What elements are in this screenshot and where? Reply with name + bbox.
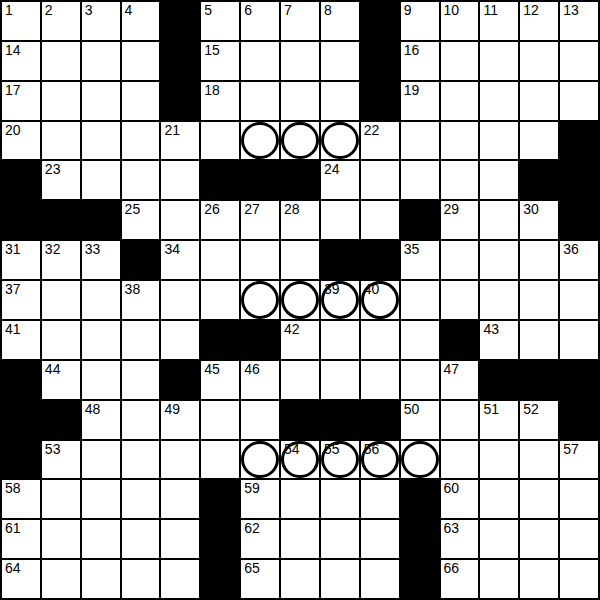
block-r15-c11 xyxy=(401,560,439,598)
block-r6-c2 xyxy=(42,201,80,239)
clue-number: 35 xyxy=(404,241,420,257)
cell-r3-c1[interactable]: 17 xyxy=(2,82,40,120)
block-r5-c1 xyxy=(2,161,40,199)
cell-r12-c6[interactable] xyxy=(201,441,239,479)
cell-r14-c10[interactable] xyxy=(361,520,399,558)
cell-r3-c11[interactable]: 19 xyxy=(401,82,439,120)
cell-r11-c13[interactable]: 51 xyxy=(480,401,518,439)
cell-r5-c10[interactable] xyxy=(361,161,399,199)
cell-r14-c5[interactable] xyxy=(161,520,199,558)
cell-r1-c12[interactable]: 10 xyxy=(441,2,479,40)
clue-number: 2 xyxy=(45,2,53,18)
clue-number: 33 xyxy=(85,241,101,257)
cell-r1-c3[interactable]: 3 xyxy=(82,2,120,40)
clue-number: 6 xyxy=(244,2,252,18)
cell-r7-c15[interactable]: 36 xyxy=(560,241,598,279)
clue-number: 43 xyxy=(483,321,499,337)
cell-r1-c11[interactable]: 9 xyxy=(401,2,439,40)
clue-number: 32 xyxy=(45,241,61,257)
clue-number: 41 xyxy=(5,321,21,337)
cell-r2-c14[interactable] xyxy=(520,42,558,80)
block-r2-c10 xyxy=(361,42,399,80)
block-r15-c6 xyxy=(201,560,239,598)
block-r6-c15 xyxy=(560,201,598,239)
clue-number: 64 xyxy=(5,560,21,576)
cell-r15-c9[interactable] xyxy=(321,560,359,598)
clue-number: 21 xyxy=(164,122,180,138)
cell-r5-c3[interactable] xyxy=(82,161,120,199)
clue-number: 62 xyxy=(244,520,260,536)
cell-r10-c2[interactable]: 44 xyxy=(42,361,80,399)
cell-r8-c4[interactable]: 38 xyxy=(122,281,160,319)
clue-number: 52 xyxy=(523,401,539,417)
clue-number: 38 xyxy=(125,281,141,297)
cell-r1-c7[interactable]: 6 xyxy=(241,2,279,40)
cell-r15-c4[interactable] xyxy=(122,560,160,598)
cell-r11-c7[interactable] xyxy=(241,401,279,439)
cell-r4-c14[interactable] xyxy=(520,122,558,160)
cell-r12-c8[interactable]: 54 xyxy=(281,441,319,479)
clue-number: 23 xyxy=(45,161,61,177)
cell-r14-c1[interactable]: 61 xyxy=(2,520,40,558)
circle-marker-icon xyxy=(241,441,279,479)
block-r10-c1 xyxy=(2,361,40,399)
cell-r9-c9[interactable] xyxy=(321,321,359,359)
block-r10-c5 xyxy=(161,361,199,399)
cell-r1-c6[interactable]: 5 xyxy=(201,2,239,40)
cell-r13-c15[interactable] xyxy=(560,480,598,518)
cell-r1-c2[interactable]: 2 xyxy=(42,2,80,40)
cell-r9-c4[interactable] xyxy=(122,321,160,359)
cell-r11-c6[interactable] xyxy=(201,401,239,439)
cell-r2-c6[interactable]: 15 xyxy=(201,42,239,80)
clue-number: 7 xyxy=(284,2,292,18)
cell-r5-c2[interactable]: 23 xyxy=(42,161,80,199)
clue-number: 50 xyxy=(404,401,420,417)
clue-number: 63 xyxy=(444,520,460,536)
cell-r4-c9[interactable] xyxy=(321,122,359,160)
cell-r3-c7[interactable] xyxy=(241,82,279,120)
cell-r2-c9[interactable] xyxy=(321,42,359,80)
cell-r13-c7[interactable]: 59 xyxy=(241,480,279,518)
cell-r6-c4[interactable]: 25 xyxy=(122,201,160,239)
cell-r10-c12[interactable]: 47 xyxy=(441,361,479,399)
cell-r7-c13[interactable] xyxy=(480,241,518,279)
cell-r1-c1[interactable]: 1 xyxy=(2,2,40,40)
cell-r2-c13[interactable] xyxy=(480,42,518,80)
cell-r8-c2[interactable] xyxy=(42,281,80,319)
cell-r11-c12[interactable] xyxy=(441,401,479,439)
cell-r5-c13[interactable] xyxy=(480,161,518,199)
cell-r9-c13[interactable]: 43 xyxy=(480,321,518,359)
clue-number: 40 xyxy=(364,281,380,297)
cell-r9-c2[interactable] xyxy=(42,321,80,359)
clue-number: 25 xyxy=(125,201,141,217)
cell-r13-c10[interactable] xyxy=(361,480,399,518)
clue-number: 56 xyxy=(364,441,380,457)
cell-r15-c1[interactable]: 64 xyxy=(2,560,40,598)
cell-r3-c2[interactable] xyxy=(42,82,80,120)
cell-r12-c5[interactable] xyxy=(161,441,199,479)
clue-number: 22 xyxy=(364,122,380,138)
cell-r2-c3[interactable] xyxy=(82,42,120,80)
block-r11-c15 xyxy=(560,401,598,439)
cell-r4-c7[interactable] xyxy=(241,122,279,160)
cell-r6-c5[interactable] xyxy=(161,201,199,239)
cell-r14-c7[interactable]: 62 xyxy=(241,520,279,558)
cell-r10-c6[interactable]: 45 xyxy=(201,361,239,399)
cell-r4-c2[interactable] xyxy=(42,122,80,160)
cell-r1-c9[interactable]: 8 xyxy=(321,2,359,40)
cell-r8-c3[interactable] xyxy=(82,281,120,319)
cell-r3-c13[interactable] xyxy=(480,82,518,120)
block-r7-c10 xyxy=(361,241,399,279)
cell-r8-c6[interactable] xyxy=(201,281,239,319)
cell-r14-c3[interactable] xyxy=(82,520,120,558)
block-r13-c6 xyxy=(201,480,239,518)
clue-number: 13 xyxy=(563,2,579,18)
cell-r6-c14[interactable]: 30 xyxy=(520,201,558,239)
cell-r12-c10[interactable]: 56 xyxy=(361,441,399,479)
cell-r14-c2[interactable] xyxy=(42,520,80,558)
cell-r8-c13[interactable] xyxy=(480,281,518,319)
cell-r2-c4[interactable] xyxy=(122,42,160,80)
block-r10-c15 xyxy=(560,361,598,399)
cell-r15-c12[interactable]: 66 xyxy=(441,560,479,598)
clue-number: 17 xyxy=(5,82,21,98)
cell-r10-c8[interactable] xyxy=(281,361,319,399)
clue-number: 1 xyxy=(5,2,13,18)
clue-number: 59 xyxy=(244,480,260,496)
cell-r1-c14[interactable]: 12 xyxy=(520,2,558,40)
circle-marker-icon xyxy=(401,441,439,479)
cell-r8-c1[interactable]: 37 xyxy=(2,281,40,319)
cell-r4-c1[interactable]: 20 xyxy=(2,122,40,160)
cell-r14-c9[interactable] xyxy=(321,520,359,558)
cell-r7-c5[interactable]: 34 xyxy=(161,241,199,279)
block-r4-c15 xyxy=(560,122,598,160)
clue-number: 28 xyxy=(284,201,300,217)
cell-r6-c12[interactable]: 29 xyxy=(441,201,479,239)
clue-number: 44 xyxy=(45,361,61,377)
clue-number: 66 xyxy=(444,560,460,576)
cell-r9-c10[interactable] xyxy=(361,321,399,359)
cell-r3-c14[interactable] xyxy=(520,82,558,120)
clue-number: 42 xyxy=(284,321,300,337)
cell-r6-c8[interactable]: 28 xyxy=(281,201,319,239)
circle-marker-icon xyxy=(241,122,279,160)
cell-r11-c4[interactable] xyxy=(122,401,160,439)
cell-r4-c10[interactable]: 22 xyxy=(361,122,399,160)
block-r5-c7 xyxy=(241,161,279,199)
cell-r11-c11[interactable]: 50 xyxy=(401,401,439,439)
cell-r10-c4[interactable] xyxy=(122,361,160,399)
block-r11-c1 xyxy=(2,401,40,439)
block-r11-c9 xyxy=(321,401,359,439)
cell-r11-c14[interactable]: 52 xyxy=(520,401,558,439)
cell-r10-c10[interactable] xyxy=(361,361,399,399)
cell-r4-c13[interactable] xyxy=(480,122,518,160)
cell-r4-c3[interactable] xyxy=(82,122,120,160)
cell-r4-c4[interactable] xyxy=(122,122,160,160)
cell-r13-c12[interactable]: 60 xyxy=(441,480,479,518)
clue-number: 58 xyxy=(5,480,21,496)
cell-r12-c2[interactable]: 53 xyxy=(42,441,80,479)
block-r1-c10 xyxy=(361,2,399,40)
block-r13-c11 xyxy=(401,480,439,518)
cell-r8-c5[interactable] xyxy=(161,281,199,319)
clue-number: 34 xyxy=(164,241,180,257)
clue-number: 45 xyxy=(204,361,220,377)
clue-number: 19 xyxy=(404,82,420,98)
cell-r2-c11[interactable]: 16 xyxy=(401,42,439,80)
clue-number: 61 xyxy=(5,520,21,536)
clue-number: 46 xyxy=(244,361,260,377)
clue-number: 37 xyxy=(5,281,21,297)
block-r10-c14 xyxy=(520,361,558,399)
clue-number: 57 xyxy=(563,441,579,457)
block-r3-c10 xyxy=(361,82,399,120)
block-r2-c5 xyxy=(161,42,199,80)
cell-r14-c15[interactable] xyxy=(560,520,598,558)
clue-number: 30 xyxy=(523,201,539,217)
cell-r15-c13[interactable] xyxy=(480,560,518,598)
clue-number: 4 xyxy=(125,2,133,18)
cell-r12-c3[interactable] xyxy=(82,441,120,479)
cell-r13-c5[interactable] xyxy=(161,480,199,518)
block-r6-c1 xyxy=(2,201,40,239)
cell-r8-c9[interactable]: 39 xyxy=(321,281,359,319)
cell-r13-c2[interactable] xyxy=(42,480,80,518)
cell-r2-c7[interactable] xyxy=(241,42,279,80)
cell-r11-c3[interactable]: 48 xyxy=(82,401,120,439)
cell-r14-c12[interactable]: 63 xyxy=(441,520,479,558)
clue-number: 24 xyxy=(324,161,340,177)
cell-r15-c15[interactable] xyxy=(560,560,598,598)
clue-number: 36 xyxy=(563,241,579,257)
block-r5-c8 xyxy=(281,161,319,199)
cell-r15-c14[interactable] xyxy=(520,560,558,598)
clue-number: 39 xyxy=(324,281,340,297)
cell-r15-c3[interactable] xyxy=(82,560,120,598)
cell-r3-c15[interactable] xyxy=(560,82,598,120)
circle-marker-icon xyxy=(281,281,319,319)
cell-r15-c10[interactable] xyxy=(361,560,399,598)
block-r5-c14 xyxy=(520,161,558,199)
cell-r10-c9[interactable] xyxy=(321,361,359,399)
cell-r13-c4[interactable] xyxy=(122,480,160,518)
cell-r12-c7[interactable] xyxy=(241,441,279,479)
cell-r11-c5[interactable]: 49 xyxy=(161,401,199,439)
clue-number: 16 xyxy=(404,42,420,58)
cell-r5-c11[interactable] xyxy=(401,161,439,199)
cell-r5-c4[interactable] xyxy=(122,161,160,199)
cell-r9-c3[interactable] xyxy=(82,321,120,359)
cell-r13-c8[interactable] xyxy=(281,480,319,518)
cell-r13-c1[interactable]: 58 xyxy=(2,480,40,518)
cell-r5-c5[interactable] xyxy=(161,161,199,199)
cell-r7-c6[interactable] xyxy=(201,241,239,279)
block-r7-c4 xyxy=(122,241,160,279)
cell-r4-c8[interactable] xyxy=(281,122,319,160)
cell-r6-c10[interactable] xyxy=(361,201,399,239)
cell-r8-c11[interactable] xyxy=(401,281,439,319)
cell-r13-c3[interactable] xyxy=(82,480,120,518)
circle-marker-icon xyxy=(281,122,319,160)
clue-number: 26 xyxy=(204,201,220,217)
cell-r2-c15[interactable] xyxy=(560,42,598,80)
cell-r7-c14[interactable] xyxy=(520,241,558,279)
cell-r15-c7[interactable]: 65 xyxy=(241,560,279,598)
clue-number: 60 xyxy=(444,480,460,496)
cell-r3-c6[interactable]: 18 xyxy=(201,82,239,120)
cell-r12-c15[interactable]: 57 xyxy=(560,441,598,479)
clue-number: 15 xyxy=(204,42,220,58)
cell-r15-c8[interactable] xyxy=(281,560,319,598)
cell-r7-c7[interactable] xyxy=(241,241,279,279)
clue-number: 27 xyxy=(244,201,260,217)
clue-number: 12 xyxy=(523,2,539,18)
cell-r2-c1[interactable]: 14 xyxy=(2,42,40,80)
cell-r9-c8[interactable]: 42 xyxy=(281,321,319,359)
cell-r2-c12[interactable] xyxy=(441,42,479,80)
clue-number: 65 xyxy=(244,560,260,576)
block-r7-c9 xyxy=(321,241,359,279)
cell-r13-c13[interactable] xyxy=(480,480,518,518)
clue-number: 5 xyxy=(204,2,212,18)
cell-r12-c14[interactable] xyxy=(520,441,558,479)
cell-r7-c2[interactable]: 32 xyxy=(42,241,80,279)
cell-r9-c14[interactable] xyxy=(520,321,558,359)
cell-r12-c12[interactable] xyxy=(441,441,479,479)
cell-r6-c13[interactable] xyxy=(480,201,518,239)
clue-number: 14 xyxy=(5,42,21,58)
clue-number: 55 xyxy=(324,441,340,457)
clue-number: 18 xyxy=(204,82,220,98)
circle-marker-icon xyxy=(241,281,279,319)
block-r11-c2 xyxy=(42,401,80,439)
cell-r9-c1[interactable]: 41 xyxy=(2,321,40,359)
cell-r1-c15[interactable]: 13 xyxy=(560,2,598,40)
cell-r3-c9[interactable] xyxy=(321,82,359,120)
circle-marker-icon xyxy=(321,122,359,160)
cell-r7-c12[interactable] xyxy=(441,241,479,279)
cell-r14-c13[interactable] xyxy=(480,520,518,558)
block-r11-c8 xyxy=(281,401,319,439)
cell-r9-c5[interactable] xyxy=(161,321,199,359)
cell-r15-c2[interactable] xyxy=(42,560,80,598)
cell-r4-c5[interactable]: 21 xyxy=(161,122,199,160)
cell-r4-c11[interactable] xyxy=(401,122,439,160)
clue-number: 11 xyxy=(483,2,498,18)
cell-r12-c4[interactable] xyxy=(122,441,160,479)
clue-number: 54 xyxy=(284,441,300,457)
block-r3-c5 xyxy=(161,82,199,120)
clue-number: 29 xyxy=(444,201,460,217)
cell-r4-c6[interactable] xyxy=(201,122,239,160)
cell-r9-c11[interactable] xyxy=(401,321,439,359)
block-r12-c1 xyxy=(2,441,40,479)
cell-r3-c12[interactable] xyxy=(441,82,479,120)
cell-r12-c13[interactable] xyxy=(480,441,518,479)
cell-r5-c12[interactable] xyxy=(441,161,479,199)
clue-number: 49 xyxy=(164,401,180,417)
clue-number: 31 xyxy=(5,241,21,257)
clue-number: 20 xyxy=(5,122,21,138)
cell-r6-c9[interactable] xyxy=(321,201,359,239)
cell-r6-c7[interactable]: 27 xyxy=(241,201,279,239)
block-r9-c12 xyxy=(441,321,479,359)
cell-r8-c7[interactable] xyxy=(241,281,279,319)
clue-number: 51 xyxy=(483,401,499,417)
cell-r13-c14[interactable] xyxy=(520,480,558,518)
block-r5-c6 xyxy=(201,161,239,199)
cell-r8-c10[interactable]: 40 xyxy=(361,281,399,319)
crossword-grid: 1234567891011121314151617181920212223242… xyxy=(0,0,600,600)
cell-r4-c12[interactable] xyxy=(441,122,479,160)
cell-r12-c9[interactable]: 55 xyxy=(321,441,359,479)
cell-r1-c8[interactable]: 7 xyxy=(281,2,319,40)
block-r10-c13 xyxy=(480,361,518,399)
cell-r13-c9[interactable] xyxy=(321,480,359,518)
clue-number: 9 xyxy=(404,2,412,18)
cell-r8-c14[interactable] xyxy=(520,281,558,319)
cell-r10-c7[interactable]: 46 xyxy=(241,361,279,399)
cell-r8-c15[interactable] xyxy=(560,281,598,319)
block-r14-c11 xyxy=(401,520,439,558)
cell-r14-c8[interactable] xyxy=(281,520,319,558)
cell-r7-c8[interactable] xyxy=(281,241,319,279)
cell-r10-c11[interactable] xyxy=(401,361,439,399)
cell-r8-c8[interactable] xyxy=(281,281,319,319)
clue-number: 47 xyxy=(444,361,460,377)
cell-r5-c9[interactable]: 24 xyxy=(321,161,359,199)
clue-number: 8 xyxy=(324,2,332,18)
cell-r1-c4[interactable]: 4 xyxy=(122,2,160,40)
clue-number: 3 xyxy=(85,2,93,18)
cell-r6-c6[interactable]: 26 xyxy=(201,201,239,239)
clue-number: 48 xyxy=(85,401,101,417)
block-r9-c7 xyxy=(241,321,279,359)
cell-r3-c3[interactable] xyxy=(82,82,120,120)
cell-r2-c8[interactable] xyxy=(281,42,319,80)
cell-r7-c11[interactable]: 35 xyxy=(401,241,439,279)
block-r11-c10 xyxy=(361,401,399,439)
clue-number: 10 xyxy=(444,2,460,18)
cell-r3-c4[interactable] xyxy=(122,82,160,120)
cell-r3-c8[interactable] xyxy=(281,82,319,120)
cell-r2-c2[interactable] xyxy=(42,42,80,80)
cell-r7-c1[interactable]: 31 xyxy=(2,241,40,279)
cell-r10-c3[interactable] xyxy=(82,361,120,399)
cell-r14-c14[interactable] xyxy=(520,520,558,558)
block-r6-c11 xyxy=(401,201,439,239)
block-r9-c6 xyxy=(201,321,239,359)
block-r1-c5 xyxy=(161,2,199,40)
cell-r12-c11[interactable] xyxy=(401,441,439,479)
cell-r9-c15[interactable] xyxy=(560,321,598,359)
clue-number: 53 xyxy=(45,441,61,457)
cell-r1-c13[interactable]: 11 xyxy=(480,2,518,40)
cell-r7-c3[interactable]: 33 xyxy=(82,241,120,279)
cell-r8-c12[interactable] xyxy=(441,281,479,319)
cell-r15-c5[interactable] xyxy=(161,560,199,598)
block-r6-c3 xyxy=(82,201,120,239)
block-r5-c15 xyxy=(560,161,598,199)
cell-r14-c4[interactable] xyxy=(122,520,160,558)
block-r14-c6 xyxy=(201,520,239,558)
